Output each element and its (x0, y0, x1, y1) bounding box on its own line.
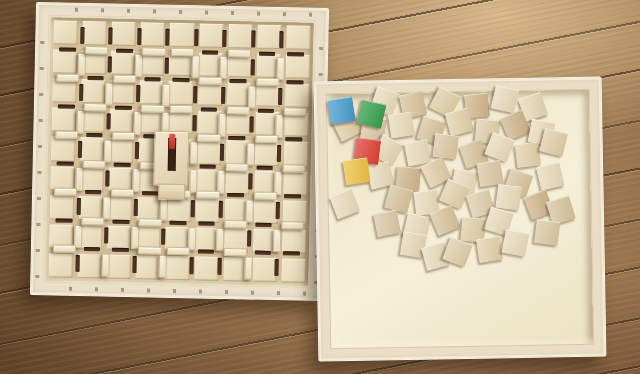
wall-piece[interactable] (142, 47, 165, 55)
wall-piece[interactable] (83, 160, 106, 168)
empty-slot (284, 195, 301, 199)
empty-slot (249, 116, 253, 133)
wall-piece[interactable] (85, 46, 108, 54)
maze-cell (77, 254, 102, 279)
empty-slot (108, 56, 112, 73)
empty-slot (251, 30, 255, 47)
wall-piece[interactable] (224, 220, 247, 228)
maze-cell (80, 137, 105, 162)
maze-cell (281, 258, 306, 283)
empty-slot (170, 221, 187, 225)
wall-piece[interactable] (56, 74, 79, 82)
maze-cell (50, 195, 75, 220)
empty-slot (247, 230, 251, 247)
maze-cell (284, 142, 309, 167)
colored-tile-blue[interactable] (327, 96, 356, 125)
empty-slot (280, 31, 284, 48)
maze-cell (82, 21, 107, 46)
maze-cell (110, 80, 135, 105)
empty-slot (105, 170, 109, 187)
maze-cell (51, 137, 76, 162)
red-marker (169, 133, 175, 149)
wall-piece[interactable] (159, 255, 167, 278)
empty-slot (202, 50, 219, 54)
wall-piece[interactable] (199, 77, 222, 85)
empty-slot (107, 113, 111, 130)
wall-piece[interactable] (227, 106, 250, 114)
wall-piece[interactable] (224, 248, 247, 256)
empty-slot (161, 229, 165, 246)
wall-piece[interactable] (216, 227, 224, 250)
empty-slot (136, 85, 140, 102)
wood-tile[interactable] (515, 141, 542, 168)
empty-slot (75, 255, 79, 272)
maze-cell (51, 108, 76, 133)
maze-cell (254, 141, 279, 166)
maze-cell (285, 54, 310, 79)
wall-piece[interactable] (273, 229, 281, 252)
maze-cell (136, 255, 161, 280)
wall-piece[interactable] (75, 167, 83, 190)
wall-piece[interactable] (113, 75, 136, 83)
wall-piece[interactable] (111, 189, 134, 197)
maze-cell (195, 198, 220, 223)
maze-cell (111, 22, 136, 47)
tile-tray (314, 77, 607, 362)
maze-cell (253, 199, 278, 224)
wall-piece[interactable] (101, 254, 109, 277)
maze-interior (43, 15, 316, 288)
maze-cell (196, 140, 221, 165)
wall-piece[interactable] (283, 164, 306, 172)
wall-piece[interactable] (191, 56, 199, 79)
empty-slot (287, 52, 304, 56)
empty-slot (190, 201, 194, 218)
wall-piece[interactable] (77, 53, 85, 76)
empty-slot (59, 47, 76, 51)
empty-slot (192, 115, 196, 132)
empty-slot (114, 162, 131, 166)
maze-grid (48, 20, 310, 282)
empty-slot (220, 144, 224, 161)
maze-cell (228, 24, 253, 49)
wall-piece[interactable] (131, 226, 139, 249)
maze-cell (283, 171, 308, 196)
empty-slot (77, 141, 81, 158)
empty-slot (142, 192, 159, 196)
empty-slot (278, 88, 282, 105)
empty-slot (116, 48, 133, 52)
maze-cell (53, 49, 78, 74)
wall-piece[interactable] (228, 49, 251, 57)
wall-piece[interactable] (255, 135, 278, 143)
empty-slot (115, 105, 132, 109)
wall-piece[interactable] (220, 56, 228, 79)
wood-tile[interactable] (495, 184, 522, 211)
empty-slot (83, 247, 100, 251)
empty-slot (277, 145, 281, 162)
tower-base-step (158, 184, 185, 200)
maze-cell (109, 138, 134, 163)
wood-tile[interactable] (539, 128, 568, 157)
empty-slot (86, 133, 103, 137)
wall-piece[interactable] (170, 104, 193, 112)
wood-tile[interactable] (388, 111, 415, 138)
wall-piece[interactable] (132, 168, 140, 191)
wood-tile[interactable] (384, 184, 413, 213)
wall-piece[interactable] (276, 114, 284, 137)
wall-piece[interactable] (189, 170, 197, 193)
wall-piece[interactable] (162, 83, 170, 106)
empty-slot (108, 27, 112, 44)
empty-slot (87, 76, 104, 80)
wall-piece[interactable] (277, 57, 285, 80)
maze-cell (252, 257, 277, 282)
maze-cell (165, 256, 190, 281)
wall-piece[interactable] (167, 247, 190, 255)
empty-slot (218, 258, 222, 275)
empty-slot (165, 29, 169, 46)
wall-piece[interactable] (74, 224, 82, 247)
empty-slot (80, 27, 84, 44)
empty-slot (219, 201, 223, 218)
empty-slot (194, 29, 198, 46)
frame-notches-bottom (46, 286, 307, 295)
empty-slot (134, 142, 138, 159)
empty-slot (137, 28, 141, 45)
maze-cell (81, 79, 106, 104)
wall-piece[interactable] (54, 188, 77, 196)
wall-piece[interactable] (196, 191, 219, 199)
maze-cell (139, 80, 164, 105)
maze-cell (286, 25, 311, 50)
wall-piece[interactable] (198, 134, 221, 142)
maze-cell (107, 225, 132, 250)
empty-slot (275, 259, 279, 276)
maze-cell (282, 229, 307, 254)
empty-slot (165, 57, 169, 74)
wall-piece[interactable] (53, 245, 76, 253)
wall-piece[interactable] (134, 54, 142, 77)
colored-tile-yellow[interactable] (343, 157, 371, 185)
empty-slot (227, 193, 244, 197)
empty-slot (144, 77, 161, 81)
empty-slot (221, 87, 225, 104)
maze-cell (256, 83, 281, 108)
empty-slot (198, 250, 215, 254)
maze-cell (199, 23, 224, 48)
maze-cell (194, 256, 219, 281)
empty-slot (250, 59, 254, 76)
wall-piece[interactable] (160, 198, 168, 221)
wall-piece[interactable] (82, 217, 105, 225)
empty-slot (257, 165, 274, 169)
maze-cell (285, 83, 310, 108)
empty-slot (58, 104, 75, 108)
wall-piece[interactable] (141, 104, 164, 112)
empty-slot (173, 78, 190, 82)
empty-slot (85, 190, 102, 194)
wood-tile[interactable] (536, 162, 565, 191)
empty-slot (229, 136, 246, 140)
empty-slot (259, 51, 276, 55)
wall-piece[interactable] (76, 110, 84, 133)
empty-slot (113, 219, 130, 223)
goal-tower-piece[interactable] (154, 130, 190, 185)
empty-slot (223, 30, 227, 47)
empty-slot (248, 173, 252, 190)
wall-piece[interactable] (112, 132, 135, 140)
wall-piece[interactable] (247, 142, 255, 165)
wall-piece[interactable] (139, 218, 162, 226)
empty-slot (283, 252, 300, 256)
empty-slot (199, 164, 216, 168)
wall-piece[interactable] (84, 103, 107, 111)
wall-piece[interactable] (103, 196, 111, 219)
empty-slot (201, 107, 218, 111)
empty-slot (255, 251, 272, 255)
empty-slot (132, 256, 136, 273)
wall-piece[interactable] (217, 170, 225, 193)
wall-piece[interactable] (219, 113, 227, 136)
empty-slot (57, 161, 74, 165)
tile-layer (315, 78, 606, 361)
empty-slot (258, 108, 275, 112)
photo-scene (0, 0, 640, 374)
wall-piece[interactable] (244, 257, 252, 280)
maze-cell (141, 22, 166, 47)
maze-cell (53, 20, 78, 45)
empty-slot (76, 198, 80, 215)
maze-cell (108, 196, 133, 221)
maze-grid-box (30, 2, 329, 301)
wall-piece[interactable] (245, 199, 253, 222)
wall-piece[interactable] (275, 171, 283, 194)
wall-piece[interactable] (138, 247, 161, 255)
wall-piece[interactable] (104, 139, 112, 162)
wood-tile[interactable] (491, 85, 520, 114)
empty-slot (286, 137, 303, 141)
wall-piece[interactable] (248, 85, 256, 108)
empty-slot (189, 258, 193, 275)
wall-piece[interactable] (105, 82, 113, 105)
maze-cell (170, 23, 195, 48)
empty-slot (104, 227, 108, 244)
maze-cell (284, 113, 309, 138)
maze-cell (48, 253, 73, 278)
empty-slot (287, 80, 304, 84)
wall-piece[interactable] (133, 111, 141, 134)
maze-cell (111, 51, 136, 76)
wall-piece[interactable] (226, 163, 249, 171)
wood-tile[interactable] (476, 236, 503, 263)
empty-slot (112, 248, 129, 252)
maze-cell (198, 82, 223, 107)
maze-cell (225, 170, 250, 195)
tower-slot (168, 138, 176, 171)
maze-cell (168, 81, 193, 106)
empty-slot (255, 222, 272, 226)
maze-cell (110, 109, 135, 134)
wood-tile[interactable] (329, 189, 360, 220)
wall-piece[interactable] (282, 221, 305, 229)
maze-cell (52, 79, 77, 104)
empty-slot (79, 84, 83, 101)
wall-piece[interactable] (256, 78, 279, 86)
empty-slot (193, 86, 197, 103)
wall-piece[interactable] (254, 192, 277, 200)
wall-piece[interactable] (171, 47, 194, 55)
maze-cell (166, 197, 191, 222)
wall-piece[interactable] (190, 141, 198, 164)
empty-slot (276, 202, 280, 219)
wood-tile[interactable] (534, 219, 561, 246)
wall-piece[interactable] (284, 107, 307, 115)
empty-slot (198, 221, 215, 225)
empty-slot (230, 79, 247, 83)
wood-tile[interactable] (373, 209, 401, 237)
wood-tile[interactable] (501, 229, 529, 257)
maze-cell (257, 25, 282, 50)
wood-tile[interactable] (432, 133, 459, 160)
empty-slot (55, 218, 72, 222)
maze-cell (226, 111, 251, 136)
empty-slot (133, 199, 137, 216)
maze-cell (107, 254, 132, 279)
wall-piece[interactable] (55, 131, 78, 139)
wall-piece[interactable] (188, 227, 196, 250)
